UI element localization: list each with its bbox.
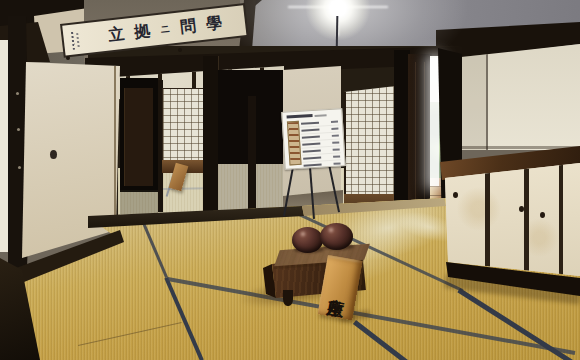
room-sign-text: 座敷 (328, 283, 352, 293)
cabinet-frame (485, 163, 490, 278)
plaque-hanger (66, 56, 70, 60)
zashiki-room-photo: 座敷 立 拠 ニ 問 學 (0, 0, 580, 360)
pillar-hardware (18, 166, 21, 169)
plaque-character: ニ (160, 24, 171, 35)
cabinet-door-pull (453, 192, 458, 198)
info-board-rows (300, 118, 342, 164)
fusuma-frame-edge (114, 66, 116, 232)
plaque-character: 立 (108, 26, 126, 44)
shoji-screen-right (344, 84, 396, 220)
door-panel-line (424, 62, 425, 212)
cabinet-frame (559, 163, 563, 278)
bowl-highlight (299, 231, 307, 237)
sunlight-sliver (430, 58, 439, 186)
left-wall-edge (0, 40, 9, 252)
plaque-character: 學 (205, 15, 223, 33)
tatami-seam (164, 277, 203, 360)
plaque-character: 問 (179, 18, 197, 36)
open-wooden-door (408, 54, 432, 222)
tatami-seam (140, 218, 168, 278)
plaque-character: 拠 (133, 23, 151, 41)
plaque-signature-marks (76, 33, 80, 47)
goban-leg (283, 290, 293, 306)
go-stone-bowl-left (292, 227, 323, 253)
tatami-seam (353, 320, 408, 360)
shoji-screen-back (162, 88, 208, 166)
plaque-signature-marks (71, 32, 75, 50)
pillar-hardware (17, 128, 20, 131)
fusuma-door-pull (50, 150, 57, 159)
tatami-scratch (78, 322, 182, 346)
go-stone-bowl-right (320, 223, 353, 250)
info-board-subtitle-bar (314, 114, 326, 117)
plaque-hanger (178, 48, 182, 52)
info-board-title-bar (287, 114, 313, 119)
cabinet-door-pull (540, 212, 545, 218)
opening-floor-shadow (120, 190, 158, 214)
inner-door (124, 88, 153, 186)
center-pillar (203, 56, 219, 228)
thin-post (248, 96, 256, 222)
info-board (281, 108, 345, 170)
cabinet-door-pull (519, 206, 524, 212)
pillar-hardware (16, 92, 19, 95)
wall-panel-divider (486, 42, 488, 150)
cabinet-frame (524, 163, 529, 278)
bowl-highlight (327, 227, 335, 233)
storage-cabinet (445, 163, 580, 278)
door-panel-line (415, 62, 416, 212)
dark-room-opening (120, 78, 158, 192)
